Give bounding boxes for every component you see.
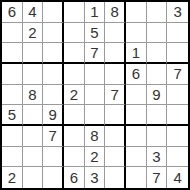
cell-r9c9: 4 — [167, 167, 188, 188]
cell-r5c4: 2 — [64, 85, 85, 106]
cell-r4c4[interactable] — [64, 64, 85, 85]
cell-r6c7[interactable] — [126, 105, 147, 126]
cell-r4c1[interactable] — [2, 64, 23, 85]
cell-r2c6[interactable] — [105, 23, 126, 44]
cell-r1c4[interactable] — [64, 2, 85, 23]
cell-r7c9[interactable] — [167, 126, 188, 147]
cell-r3c1[interactable] — [2, 43, 23, 64]
cell-r8c5: 2 — [85, 147, 106, 168]
cell-r1c7[interactable] — [126, 2, 147, 23]
cell-r2c3[interactable] — [43, 23, 64, 44]
cell-r1c5: 1 — [85, 2, 106, 23]
cell-r5c3[interactable] — [43, 85, 64, 106]
cell-r2c8[interactable] — [147, 23, 168, 44]
cell-r3c2[interactable] — [23, 43, 44, 64]
cell-r6c3: 9 — [43, 105, 64, 126]
cell-r8c1[interactable] — [2, 147, 23, 168]
cell-r7c4[interactable] — [64, 126, 85, 147]
cell-r4c3[interactable] — [43, 64, 64, 85]
cell-r2c7[interactable] — [126, 23, 147, 44]
cell-r4c7: 6 — [126, 64, 147, 85]
cell-r8c6[interactable] — [105, 147, 126, 168]
cell-r5c8: 9 — [147, 85, 168, 106]
cell-r1c8[interactable] — [147, 2, 168, 23]
cell-r8c4[interactable] — [64, 147, 85, 168]
cell-r8c7[interactable] — [126, 147, 147, 168]
cell-r3c3[interactable] — [43, 43, 64, 64]
cell-r6c9[interactable] — [167, 105, 188, 126]
cell-r4c9: 7 — [167, 64, 188, 85]
cell-r3c5: 7 — [85, 43, 106, 64]
cell-r7c7[interactable] — [126, 126, 147, 147]
cell-r2c9[interactable] — [167, 23, 188, 44]
cell-r1c9: 3 — [167, 2, 188, 23]
cell-r4c2[interactable] — [23, 64, 44, 85]
cell-r2c4[interactable] — [64, 23, 85, 44]
cell-r8c9[interactable] — [167, 147, 188, 168]
cell-r6c4[interactable] — [64, 105, 85, 126]
cell-r9c3[interactable] — [43, 167, 64, 188]
cell-r3c7: 1 — [126, 43, 147, 64]
cell-r5c6: 7 — [105, 85, 126, 106]
cell-r6c6[interactable] — [105, 105, 126, 126]
cell-r7c6[interactable] — [105, 126, 126, 147]
cell-r5c2: 8 — [23, 85, 44, 106]
cell-r2c1[interactable] — [2, 23, 23, 44]
cell-r1c2: 4 — [23, 2, 44, 23]
cell-r2c5: 5 — [85, 23, 106, 44]
cell-r9c2[interactable] — [23, 167, 44, 188]
cell-r7c8[interactable] — [147, 126, 168, 147]
cell-r9c8: 7 — [147, 167, 168, 188]
cell-r1c1: 6 — [2, 2, 23, 23]
cell-r3c9[interactable] — [167, 43, 188, 64]
cell-r7c1[interactable] — [2, 126, 23, 147]
cell-r4c5[interactable] — [85, 64, 106, 85]
cell-r6c5[interactable] — [85, 105, 106, 126]
cell-r7c3: 7 — [43, 126, 64, 147]
cell-r4c6[interactable] — [105, 64, 126, 85]
cell-r5c1[interactable] — [2, 85, 23, 106]
cell-r6c2[interactable] — [23, 105, 44, 126]
cell-r9c1: 2 — [2, 167, 23, 188]
cell-r3c8[interactable] — [147, 43, 168, 64]
cell-r9c6[interactable] — [105, 167, 126, 188]
cell-r8c3[interactable] — [43, 147, 64, 168]
cell-r4c8[interactable] — [147, 64, 168, 85]
cell-r1c6: 8 — [105, 2, 126, 23]
cell-r1c3[interactable] — [43, 2, 64, 23]
cell-r8c2[interactable] — [23, 147, 44, 168]
cell-r9c5: 3 — [85, 167, 106, 188]
cell-r2c2: 2 — [23, 23, 44, 44]
cell-r3c6[interactable] — [105, 43, 126, 64]
cell-r9c4: 6 — [64, 167, 85, 188]
cell-r8c8: 3 — [147, 147, 168, 168]
cell-r6c1: 5 — [2, 105, 23, 126]
sudoku-board: 6 4 1 8 3 2 5 7 1 6 7 8 2 7 9 5 9 — [0, 0, 190, 190]
cell-r6c8[interactable] — [147, 105, 168, 126]
cell-r7c2[interactable] — [23, 126, 44, 147]
cell-r9c7[interactable] — [126, 167, 147, 188]
cell-r5c5[interactable] — [85, 85, 106, 106]
cell-r5c9[interactable] — [167, 85, 188, 106]
cell-r7c5: 8 — [85, 126, 106, 147]
cell-r3c4[interactable] — [64, 43, 85, 64]
cell-r5c7[interactable] — [126, 85, 147, 106]
